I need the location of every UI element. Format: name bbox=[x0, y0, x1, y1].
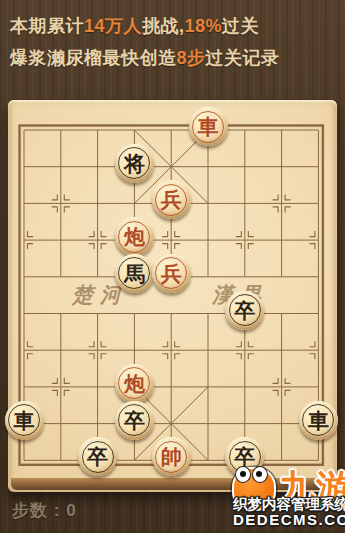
record-steps: 8步 bbox=[177, 48, 206, 68]
piece-black-chariot[interactable]: 車 bbox=[5, 401, 44, 440]
stats-prefix: 本期累计 bbox=[10, 16, 84, 36]
challenge-stats-line: 本期累计14万人挑战,18%过关 bbox=[10, 10, 340, 42]
piece-layer: 車将兵炮馬兵卒炮車卒車卒帥卒 bbox=[8, 100, 337, 492]
xiangqi-puzzle-screen: 本期累计14万人挑战,18%过关 爆浆濑尿榴最快创造8步过关记录 楚河 漢界 車… bbox=[0, 0, 345, 533]
stats-pass-rate: 18% bbox=[185, 16, 223, 36]
piece-black-soldier[interactable]: 卒 bbox=[225, 291, 264, 330]
step-counter-label: 步数 : bbox=[12, 501, 60, 520]
stats-suffix: 过关 bbox=[222, 16, 259, 36]
header: 本期累计14万人挑战,18%过关 爆浆濑尿榴最快创造8步过关记录 bbox=[10, 10, 340, 74]
piece-black-soldier[interactable]: 卒 bbox=[78, 437, 117, 476]
piece-red-chariot[interactable]: 車 bbox=[189, 107, 228, 146]
piece-red-soldier[interactable]: 兵 bbox=[152, 254, 191, 293]
piece-red-cannon[interactable]: 炮 bbox=[115, 364, 154, 403]
mascot-left-eye-icon bbox=[235, 466, 251, 483]
piece-black-horse[interactable]: 馬 bbox=[115, 254, 154, 293]
record-prefix: 爆浆濑尿榴最快创造 bbox=[10, 48, 177, 68]
step-counter: 步数 : 0 bbox=[12, 499, 77, 522]
step-counter-value: 0 bbox=[66, 501, 76, 520]
stats-mid: 挑战, bbox=[142, 16, 185, 36]
piece-red-general[interactable]: 帥 bbox=[152, 437, 191, 476]
piece-red-cannon[interactable]: 炮 bbox=[115, 217, 154, 256]
piece-black-general[interactable]: 将 bbox=[115, 144, 154, 183]
piece-red-soldier[interactable]: 兵 bbox=[152, 180, 191, 219]
record-line: 爆浆濑尿榴最快创造8步过关记录 bbox=[10, 42, 340, 74]
watermark-cms-domain: DEDECMS.COM bbox=[233, 511, 345, 528]
stats-players-count: 14万人 bbox=[84, 16, 142, 36]
piece-black-soldier[interactable]: 卒 bbox=[115, 401, 154, 440]
xiangqi-board[interactable]: 楚河 漢界 車将兵炮馬兵卒炮車卒車卒帥卒 bbox=[8, 100, 337, 492]
piece-black-chariot[interactable]: 車 bbox=[299, 401, 338, 440]
mascot-right-eye-icon bbox=[252, 466, 268, 483]
record-suffix: 过关记录 bbox=[206, 48, 280, 68]
